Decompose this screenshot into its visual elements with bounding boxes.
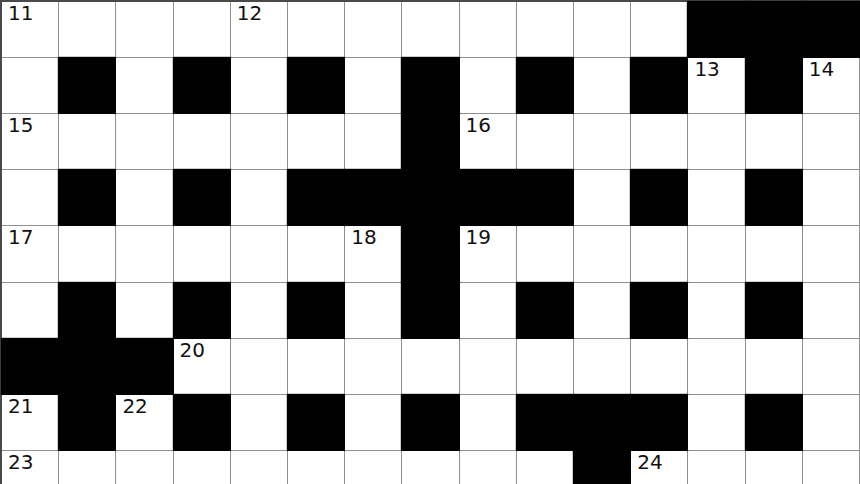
cell-r1c6[interactable] <box>345 58 401 113</box>
cell-r8c8[interactable] <box>460 451 516 484</box>
clue-number-17: 17 <box>8 226 33 249</box>
cell-r7c8[interactable] <box>460 395 516 450</box>
cell-r2c4[interactable] <box>231 114 287 169</box>
clue-number-13: 13 <box>694 58 719 81</box>
cell-r0c3[interactable] <box>174 2 230 57</box>
cell-r4c14[interactable] <box>803 226 859 281</box>
black-cell-r3c3 <box>174 170 230 225</box>
cell-r6c12[interactable] <box>688 339 744 394</box>
cell-r4c8[interactable]: 19 <box>460 226 516 281</box>
cell-r8c6[interactable] <box>345 451 401 484</box>
cell-r8c13[interactable] <box>746 451 802 484</box>
cell-r7c2[interactable]: 22 <box>116 395 172 450</box>
cell-r5c10[interactable] <box>574 283 630 338</box>
cell-r3c0[interactable] <box>2 170 58 225</box>
cell-r4c9[interactable] <box>517 226 573 281</box>
black-cell-r7c7 <box>402 395 458 450</box>
cell-r1c10[interactable] <box>574 58 630 113</box>
black-cell-r0c12 <box>688 2 744 57</box>
cell-r4c5[interactable] <box>288 226 344 281</box>
clue-number-21: 21 <box>8 395 33 418</box>
cell-r8c12[interactable] <box>688 451 744 484</box>
cell-r0c10[interactable] <box>574 2 630 57</box>
cell-r0c9[interactable] <box>517 2 573 57</box>
black-cell-r5c11 <box>631 283 687 338</box>
clue-number-19: 19 <box>466 226 491 249</box>
black-cell-r5c13 <box>746 283 802 338</box>
black-cell-r7c10 <box>574 395 630 450</box>
clue-number-18: 18 <box>351 226 376 249</box>
cell-r2c8[interactable]: 16 <box>460 114 516 169</box>
cell-r8c11[interactable]: 24 <box>631 451 687 484</box>
black-cell-r1c11 <box>631 58 687 113</box>
black-cell-r3c8 <box>460 170 516 225</box>
cell-r6c13[interactable] <box>746 339 802 394</box>
black-cell-r3c5 <box>288 170 344 225</box>
cell-r4c3[interactable] <box>174 226 230 281</box>
cell-r3c2[interactable] <box>116 170 172 225</box>
clue-number-14: 14 <box>809 58 834 81</box>
cell-r0c0[interactable]: 11 <box>2 2 58 57</box>
crossword-puzzle: 1112131415161718192021222324 <box>0 0 860 484</box>
cell-r5c6[interactable] <box>345 283 401 338</box>
black-cell-r1c5 <box>288 58 344 113</box>
cell-r2c13[interactable] <box>746 114 802 169</box>
cell-r4c10[interactable] <box>574 226 630 281</box>
cell-r5c14[interactable] <box>803 283 859 338</box>
cell-r2c0[interactable]: 15 <box>2 114 58 169</box>
black-cell-r7c1 <box>59 395 115 450</box>
cell-r2c1[interactable] <box>59 114 115 169</box>
cell-r1c8[interactable] <box>460 58 516 113</box>
crossword-board: 1112131415161718192021222324 <box>0 0 860 484</box>
black-cell-r1c13 <box>746 58 802 113</box>
cell-r0c11[interactable] <box>631 2 687 57</box>
cell-r2c9[interactable] <box>517 114 573 169</box>
cell-r5c12[interactable] <box>688 283 744 338</box>
cell-r7c6[interactable] <box>345 395 401 450</box>
cell-r4c4[interactable] <box>231 226 287 281</box>
cell-r4c6[interactable]: 18 <box>345 226 401 281</box>
cell-r6c11[interactable] <box>631 339 687 394</box>
clue-number-15: 15 <box>8 114 33 137</box>
clue-number-20: 20 <box>180 339 205 362</box>
cell-r4c13[interactable] <box>746 226 802 281</box>
black-cell-r0c14 <box>803 2 859 57</box>
cell-r7c4[interactable] <box>231 395 287 450</box>
black-cell-r4c7 <box>402 226 458 281</box>
cell-r8c4[interactable] <box>231 451 287 484</box>
black-cell-r7c9 <box>517 395 573 450</box>
cell-r8c0[interactable]: 23 <box>2 451 58 484</box>
cell-r2c5[interactable] <box>288 114 344 169</box>
cell-r4c0[interactable]: 17 <box>2 226 58 281</box>
cell-r6c5[interactable] <box>288 339 344 394</box>
black-cell-r6c2 <box>116 339 172 394</box>
cell-r2c6[interactable] <box>345 114 401 169</box>
black-cell-r3c9 <box>517 170 573 225</box>
cell-r2c2[interactable] <box>116 114 172 169</box>
black-cell-r5c5 <box>288 283 344 338</box>
cell-r6c14[interactable] <box>803 339 859 394</box>
black-cell-r2c7 <box>402 114 458 169</box>
clue-number-22: 22 <box>122 395 147 418</box>
black-cell-r6c0 <box>2 339 58 394</box>
cell-r8c5[interactable] <box>288 451 344 484</box>
cell-r6c7[interactable] <box>402 339 458 394</box>
cell-r4c11[interactable] <box>631 226 687 281</box>
black-cell-r3c11 <box>631 170 687 225</box>
cell-r8c3[interactable] <box>174 451 230 484</box>
cell-r8c2[interactable] <box>116 451 172 484</box>
cell-r7c12[interactable] <box>688 395 744 450</box>
cell-r2c12[interactable] <box>688 114 744 169</box>
black-cell-r7c11 <box>631 395 687 450</box>
cell-r0c1[interactable] <box>59 2 115 57</box>
cell-r4c2[interactable] <box>116 226 172 281</box>
black-cell-r3c13 <box>746 170 802 225</box>
cell-r5c4[interactable] <box>231 283 287 338</box>
cell-r0c4[interactable]: 12 <box>231 2 287 57</box>
cell-r7c14[interactable] <box>803 395 859 450</box>
cell-r5c2[interactable] <box>116 283 172 338</box>
cell-r2c14[interactable] <box>803 114 859 169</box>
black-cell-r5c7 <box>402 283 458 338</box>
cell-r2c10[interactable] <box>574 114 630 169</box>
cell-r4c12[interactable] <box>688 226 744 281</box>
clue-number-24: 24 <box>637 451 662 474</box>
cell-r1c0[interactable] <box>2 58 58 113</box>
clue-number-11: 11 <box>8 2 33 25</box>
black-cell-r5c1 <box>59 283 115 338</box>
black-cell-r1c1 <box>59 58 115 113</box>
black-cell-r8c10 <box>574 451 630 484</box>
cell-r4c1[interactable] <box>59 226 115 281</box>
black-cell-r3c6 <box>345 170 401 225</box>
cell-r0c7[interactable] <box>402 2 458 57</box>
black-cell-r7c5 <box>288 395 344 450</box>
cell-r5c8[interactable] <box>460 283 516 338</box>
cell-r1c4[interactable] <box>231 58 287 113</box>
cell-r0c2[interactable] <box>116 2 172 57</box>
cell-r5c0[interactable] <box>2 283 58 338</box>
black-cell-r5c9 <box>517 283 573 338</box>
cell-r6c6[interactable] <box>345 339 401 394</box>
black-cell-r0c13 <box>746 2 802 57</box>
black-cell-r7c3 <box>174 395 230 450</box>
cell-r8c14[interactable] <box>803 451 859 484</box>
black-cell-r7c13 <box>746 395 802 450</box>
cell-r0c8[interactable] <box>460 2 516 57</box>
black-cell-r3c1 <box>59 170 115 225</box>
cell-r3c12[interactable] <box>688 170 744 225</box>
cell-r8c7[interactable] <box>402 451 458 484</box>
cell-r8c1[interactable] <box>59 451 115 484</box>
cell-r1c14[interactable]: 14 <box>803 58 859 113</box>
cell-r6c8[interactable] <box>460 339 516 394</box>
cell-r1c12[interactable]: 13 <box>688 58 744 113</box>
clue-number-12: 12 <box>237 2 262 25</box>
black-cell-r5c3 <box>174 283 230 338</box>
cell-r6c9[interactable] <box>517 339 573 394</box>
black-cell-r1c3 <box>174 58 230 113</box>
cell-r3c10[interactable] <box>574 170 630 225</box>
cell-r0c5[interactable] <box>288 2 344 57</box>
black-cell-r3c7 <box>402 170 458 225</box>
black-cell-r1c7 <box>402 58 458 113</box>
cell-r6c4[interactable] <box>231 339 287 394</box>
clue-number-23: 23 <box>8 451 33 474</box>
cell-r6c10[interactable] <box>574 339 630 394</box>
cell-r2c11[interactable] <box>631 114 687 169</box>
cell-r2c3[interactable] <box>174 114 230 169</box>
cell-r8c9[interactable] <box>517 451 573 484</box>
black-cell-r6c1 <box>59 339 115 394</box>
cell-r3c4[interactable] <box>231 170 287 225</box>
cell-r7c0[interactable]: 21 <box>2 395 58 450</box>
cell-r0c6[interactable] <box>345 2 401 57</box>
clue-number-16: 16 <box>466 114 491 137</box>
cell-r6c3[interactable]: 20 <box>174 339 230 394</box>
cell-r3c14[interactable] <box>803 170 859 225</box>
black-cell-r1c9 <box>517 58 573 113</box>
cell-r1c2[interactable] <box>116 58 172 113</box>
